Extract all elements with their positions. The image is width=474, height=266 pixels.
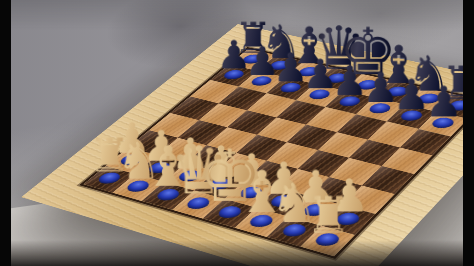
- board-border: ♜♞♝♛♚♝♞♜♟♟♟♟♟♟♟♟♟♟♟♟♟♟♟♟♜♞♝♛♚♝♞♜: [21, 24, 463, 266]
- scene: ♜♞♝♛♚♝♞♜♟♟♟♟♟♟♟♟♟♟♟♟♟♟♟♟♜♞♝♛♚♝♞♜: [11, 0, 463, 266]
- square-h7[interactable]: ♟: [418, 111, 463, 136]
- letterbox-bar-left: [0, 0, 11, 266]
- scene-3d: ♜♞♝♛♚♝♞♜♟♟♟♟♟♟♟♟♟♟♟♟♟♟♟♟♜♞♝♛♚♝♞♜: [11, 0, 463, 266]
- board-wrap: ♜♞♝♛♚♝♞♜♟♟♟♟♟♟♟♟♟♟♟♟♟♟♟♟♜♞♝♛♚♝♞♜: [21, 24, 463, 266]
- white-rook[interactable]: ♜: [279, 190, 378, 240]
- chess-board: ♜♞♝♛♚♝♞♜♟♟♟♟♟♟♟♟♟♟♟♟♟♟♟♟♜♞♝♛♚♝♞♜: [83, 49, 463, 256]
- square-h1[interactable]: ♜: [300, 225, 355, 256]
- square-d5[interactable]: [257, 117, 307, 142]
- camera-roll-layer: ♜♞♝♛♚♝♞♜♟♟♟♟♟♟♟♟♟♟♟♟♟♟♟♟♜♞♝♛♚♝♞♜: [11, 0, 463, 266]
- black-pawn[interactable]: ♟: [399, 81, 463, 123]
- letterbox-bar-right: [463, 0, 474, 266]
- photo-frame: ♜♞♝♛♚♝♞♜♟♟♟♟♟♟♟♟♟♟♟♟♟♟♟♟♜♞♝♛♚♝♞♜: [0, 0, 474, 266]
